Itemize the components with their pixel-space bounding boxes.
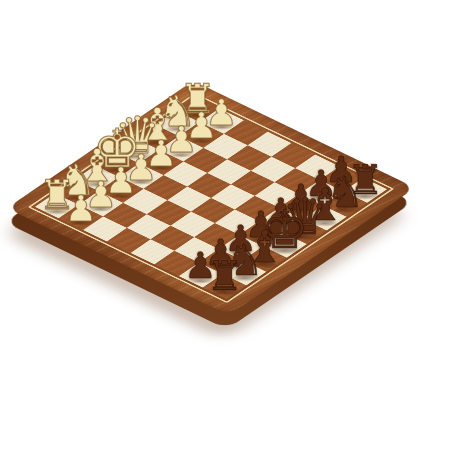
photo-stage: ♜♞♝♛♚♝♞♜♟♟♟♟♟♟♟♟♟♟♟♟♟♟♟♟♜♞♝♛♚♝♞♜ (0, 0, 462, 462)
square-b1 (155, 111, 199, 136)
board-frame (7, 81, 416, 315)
board-grid (35, 97, 387, 299)
chess-board (66, 53, 356, 343)
frame-margin (31, 95, 392, 302)
inlay-line (28, 93, 394, 303)
board-scene (0, 0, 462, 462)
square-a1 (176, 97, 220, 122)
